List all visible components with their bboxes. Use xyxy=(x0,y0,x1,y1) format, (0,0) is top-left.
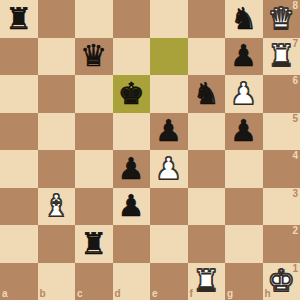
square-d3[interactable]: ♟ xyxy=(113,188,151,226)
square-h3[interactable]: 3 xyxy=(263,188,301,226)
square-f1[interactable]: ♜f xyxy=(188,263,226,300)
piece-black-pawn[interactable]: ♟ xyxy=(230,116,257,146)
square-f5[interactable] xyxy=(188,113,226,151)
square-b5[interactable] xyxy=(38,113,76,151)
piece-black-knight[interactable]: ♞ xyxy=(193,79,220,109)
square-f4[interactable] xyxy=(188,150,226,188)
piece-black-knight[interactable]: ♞ xyxy=(230,4,257,34)
square-b7[interactable] xyxy=(38,38,76,76)
file-label-b: b xyxy=(40,289,46,299)
square-g7[interactable]: ♟ xyxy=(225,38,263,76)
square-a7[interactable] xyxy=(0,38,38,76)
square-c3[interactable] xyxy=(75,188,113,226)
square-b2[interactable] xyxy=(38,225,76,263)
file-label-g: g xyxy=(227,289,233,299)
square-e7[interactable] xyxy=(150,38,188,76)
square-d4[interactable]: ♟ xyxy=(113,150,151,188)
piece-white-pawn[interactable]: ♟ xyxy=(230,79,257,109)
chess-board: ♜♞♛8♛♟♜7♚♞♟6♟♟5♟♟4♝♟3♜2abcde♜fg♚h1 xyxy=(0,0,300,300)
square-d7[interactable] xyxy=(113,38,151,76)
square-e1[interactable]: e xyxy=(150,263,188,300)
piece-black-rook[interactable]: ♜ xyxy=(5,4,32,34)
square-a5[interactable] xyxy=(0,113,38,151)
square-e4[interactable]: ♟ xyxy=(150,150,188,188)
square-d5[interactable] xyxy=(113,113,151,151)
square-h8[interactable]: ♛8 xyxy=(263,0,301,38)
file-label-a: a xyxy=(2,289,8,299)
square-g4[interactable] xyxy=(225,150,263,188)
square-h7[interactable]: ♜7 xyxy=(263,38,301,76)
square-d8[interactable] xyxy=(113,0,151,38)
square-h4[interactable]: 4 xyxy=(263,150,301,188)
square-c1[interactable]: c xyxy=(75,263,113,300)
square-a8[interactable]: ♜ xyxy=(0,0,38,38)
square-f3[interactable] xyxy=(188,188,226,226)
rank-label-6: 6 xyxy=(292,76,298,86)
square-d1[interactable]: d xyxy=(113,263,151,300)
square-a1[interactable]: a xyxy=(0,263,38,300)
square-c4[interactable] xyxy=(75,150,113,188)
square-b4[interactable] xyxy=(38,150,76,188)
file-label-e: e xyxy=(152,289,158,299)
square-d2[interactable] xyxy=(113,225,151,263)
square-b8[interactable] xyxy=(38,0,76,38)
square-c8[interactable] xyxy=(75,0,113,38)
rank-label-2: 2 xyxy=(292,226,298,236)
rank-label-4: 4 xyxy=(292,151,298,161)
piece-white-king[interactable]: ♚ xyxy=(268,266,295,296)
square-g6[interactable]: ♟ xyxy=(225,75,263,113)
square-h5[interactable]: 5 xyxy=(263,113,301,151)
square-f2[interactable] xyxy=(188,225,226,263)
square-b3[interactable]: ♝ xyxy=(38,188,76,226)
square-c2[interactable]: ♜ xyxy=(75,225,113,263)
square-g5[interactable]: ♟ xyxy=(225,113,263,151)
square-h6[interactable]: 6 xyxy=(263,75,301,113)
square-b1[interactable]: b xyxy=(38,263,76,300)
square-b6[interactable] xyxy=(38,75,76,113)
piece-black-pawn[interactable]: ♟ xyxy=(155,116,182,146)
square-g8[interactable]: ♞ xyxy=(225,0,263,38)
piece-white-rook[interactable]: ♜ xyxy=(193,266,220,296)
square-a3[interactable] xyxy=(0,188,38,226)
square-d6[interactable]: ♚ xyxy=(113,75,151,113)
square-c5[interactable] xyxy=(75,113,113,151)
square-h2[interactable]: 2 xyxy=(263,225,301,263)
square-h1[interactable]: ♚h1 xyxy=(263,263,301,300)
square-e3[interactable] xyxy=(150,188,188,226)
square-g1[interactable]: g xyxy=(225,263,263,300)
square-c7[interactable]: ♛ xyxy=(75,38,113,76)
square-e6[interactable] xyxy=(150,75,188,113)
file-label-c: c xyxy=(77,289,83,299)
square-g3[interactable] xyxy=(225,188,263,226)
file-label-d: d xyxy=(115,289,121,299)
piece-white-rook[interactable]: ♜ xyxy=(268,41,295,71)
piece-black-king[interactable]: ♚ xyxy=(118,79,145,109)
piece-black-pawn[interactable]: ♟ xyxy=(230,41,257,71)
square-e8[interactable] xyxy=(150,0,188,38)
piece-black-queen[interactable]: ♛ xyxy=(80,41,107,71)
piece-white-bishop[interactable]: ♝ xyxy=(43,191,70,221)
piece-white-queen[interactable]: ♛ xyxy=(268,4,295,34)
piece-white-pawn[interactable]: ♟ xyxy=(155,154,182,184)
square-a4[interactable] xyxy=(0,150,38,188)
piece-black-pawn[interactable]: ♟ xyxy=(118,154,145,184)
square-e2[interactable] xyxy=(150,225,188,263)
square-f8[interactable] xyxy=(188,0,226,38)
square-a6[interactable] xyxy=(0,75,38,113)
rank-label-3: 3 xyxy=(292,189,298,199)
piece-black-rook[interactable]: ♜ xyxy=(80,229,107,259)
square-g2[interactable] xyxy=(225,225,263,263)
square-e5[interactable]: ♟ xyxy=(150,113,188,151)
piece-black-pawn[interactable]: ♟ xyxy=(118,191,145,221)
square-f6[interactable]: ♞ xyxy=(188,75,226,113)
rank-label-5: 5 xyxy=(292,114,298,124)
square-f7[interactable] xyxy=(188,38,226,76)
square-c6[interactable] xyxy=(75,75,113,113)
square-a2[interactable] xyxy=(0,225,38,263)
